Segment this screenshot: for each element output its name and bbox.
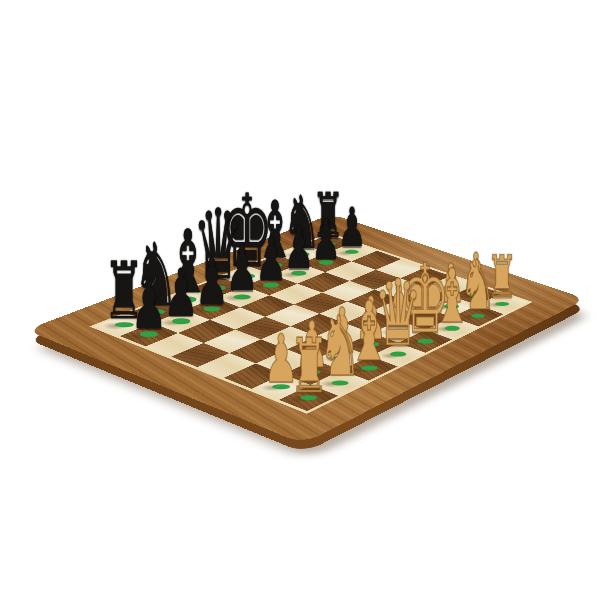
photo-background: ♜♟♞♟♝♟♚♟♛♟♟♝♜♟♟♞♞♟♟♜♝♟♟♚♟♛♟♝♟♞♟♜ [0,0,600,600]
chess-board [26,214,586,444]
